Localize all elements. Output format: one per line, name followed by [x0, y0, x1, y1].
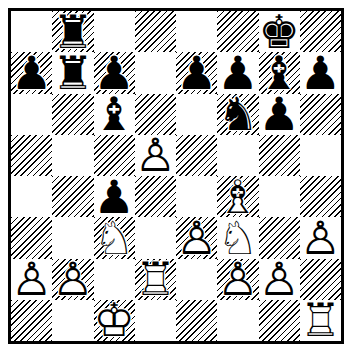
- piece-fill: ♞: [94, 217, 135, 258]
- piece-black-pawn: ♟: [94, 176, 135, 217]
- piece-black-knight: ♞: [217, 94, 258, 135]
- square-e5[interactable]: [176, 135, 217, 176]
- piece-black-pawn: ♟: [259, 94, 300, 135]
- piece-white-rook: ♖: [300, 300, 341, 341]
- square-d4[interactable]: [135, 176, 176, 217]
- piece-white-pawn: ♙: [135, 135, 176, 176]
- square-e7[interactable]: ♟: [176, 52, 217, 93]
- piece-fill: ♟: [259, 259, 300, 300]
- square-c8[interactable]: [94, 11, 135, 52]
- square-g6[interactable]: ♟: [259, 94, 300, 135]
- square-c4[interactable]: ♟: [94, 176, 135, 217]
- piece-black-pawn: ♟: [300, 52, 341, 93]
- square-f7[interactable]: ♟: [217, 52, 258, 93]
- piece-black-pawn: ♟: [217, 52, 258, 93]
- square-c5[interactable]: [94, 135, 135, 176]
- square-d1[interactable]: [135, 300, 176, 341]
- chess-diagram: ♜♚♟♜♟♟♟♝♟♝♞♟♟♙♟♝♗♞♘♟♙♞♘♟♙♟♙♟♙♜♖♟♙♟♙♚♔♜♖: [0, 0, 350, 350]
- piece-white-king: ♔: [94, 300, 135, 341]
- square-h2[interactable]: [300, 259, 341, 300]
- square-d7[interactable]: [135, 52, 176, 93]
- square-b2[interactable]: ♟♙: [52, 259, 93, 300]
- square-a4[interactable]: [11, 176, 52, 217]
- piece-black-rook: ♜: [52, 52, 93, 93]
- square-h6[interactable]: [300, 94, 341, 135]
- square-b6[interactable]: [52, 94, 93, 135]
- square-c1[interactable]: ♚♔: [94, 300, 135, 341]
- square-e6[interactable]: [176, 94, 217, 135]
- square-h5[interactable]: [300, 135, 341, 176]
- square-e1[interactable]: [176, 300, 217, 341]
- square-d6[interactable]: [135, 94, 176, 135]
- square-g7[interactable]: ♝: [259, 52, 300, 93]
- square-g4[interactable]: [259, 176, 300, 217]
- square-a3[interactable]: [11, 217, 52, 258]
- square-a2[interactable]: ♟♙: [11, 259, 52, 300]
- square-a8[interactable]: [11, 11, 52, 52]
- piece-fill: ♞: [217, 217, 258, 258]
- square-d2[interactable]: ♜♖: [135, 259, 176, 300]
- piece-white-rook: ♖: [135, 259, 176, 300]
- square-a6[interactable]: [11, 94, 52, 135]
- piece-white-pawn: ♙: [11, 259, 52, 300]
- piece-black-pawn: ♟: [11, 52, 52, 93]
- square-b4[interactable]: [52, 176, 93, 217]
- square-h8[interactable]: [300, 11, 341, 52]
- square-g2[interactable]: ♟♙: [259, 259, 300, 300]
- square-f5[interactable]: [217, 135, 258, 176]
- square-f8[interactable]: [217, 11, 258, 52]
- piece-fill: ♜: [135, 259, 176, 300]
- square-g8[interactable]: ♚: [259, 11, 300, 52]
- square-g5[interactable]: [259, 135, 300, 176]
- piece-fill: ♟: [176, 217, 217, 258]
- square-c7[interactable]: ♟: [94, 52, 135, 93]
- piece-black-pawn: ♟: [94, 52, 135, 93]
- square-f3[interactable]: ♞♘: [217, 217, 258, 258]
- square-c6[interactable]: ♝: [94, 94, 135, 135]
- piece-white-pawn: ♙: [52, 259, 93, 300]
- piece-fill: ♚: [94, 300, 135, 341]
- square-e2[interactable]: [176, 259, 217, 300]
- piece-fill: ♟: [11, 259, 52, 300]
- square-h4[interactable]: [300, 176, 341, 217]
- square-c2[interactable]: [94, 259, 135, 300]
- square-b3[interactable]: [52, 217, 93, 258]
- square-e4[interactable]: [176, 176, 217, 217]
- square-a7[interactable]: ♟: [11, 52, 52, 93]
- square-f4[interactable]: ♝♗: [217, 176, 258, 217]
- piece-fill: ♟: [217, 259, 258, 300]
- piece-fill: ♟: [135, 135, 176, 176]
- square-c3[interactable]: ♞♘: [94, 217, 135, 258]
- chess-board: ♜♚♟♜♟♟♟♝♟♝♞♟♟♙♟♝♗♞♘♟♙♞♘♟♙♟♙♟♙♜♖♟♙♟♙♚♔♜♖: [8, 8, 344, 344]
- piece-black-king: ♚: [259, 11, 300, 52]
- piece-black-rook: ♜: [52, 11, 93, 52]
- square-g1[interactable]: [259, 300, 300, 341]
- square-f2[interactable]: ♟♙: [217, 259, 258, 300]
- piece-white-pawn: ♙: [259, 259, 300, 300]
- piece-black-bishop: ♝: [259, 52, 300, 93]
- square-a1[interactable]: [11, 300, 52, 341]
- piece-white-pawn: ♙: [176, 217, 217, 258]
- piece-white-bishop: ♗: [217, 176, 258, 217]
- piece-white-knight: ♘: [217, 217, 258, 258]
- square-h3[interactable]: ♟♙: [300, 217, 341, 258]
- square-f6[interactable]: ♞: [217, 94, 258, 135]
- piece-fill: ♟: [300, 217, 341, 258]
- square-a5[interactable]: [11, 135, 52, 176]
- square-d3[interactable]: [135, 217, 176, 258]
- square-e3[interactable]: ♟♙: [176, 217, 217, 258]
- square-d5[interactable]: ♟♙: [135, 135, 176, 176]
- square-d8[interactable]: [135, 11, 176, 52]
- square-f1[interactable]: [217, 300, 258, 341]
- piece-fill: ♟: [52, 259, 93, 300]
- piece-fill: ♜: [300, 300, 341, 341]
- piece-white-pawn: ♙: [217, 259, 258, 300]
- square-b7[interactable]: ♜: [52, 52, 93, 93]
- square-b5[interactable]: [52, 135, 93, 176]
- piece-black-pawn: ♟: [176, 52, 217, 93]
- piece-fill: ♝: [217, 176, 258, 217]
- square-b8[interactable]: ♜: [52, 11, 93, 52]
- piece-white-knight: ♘: [94, 217, 135, 258]
- square-b1[interactable]: [52, 300, 93, 341]
- square-h7[interactable]: ♟: [300, 52, 341, 93]
- square-g3[interactable]: [259, 217, 300, 258]
- square-h1[interactable]: ♜♖: [300, 300, 341, 341]
- piece-white-pawn: ♙: [300, 217, 341, 258]
- piece-black-bishop: ♝: [94, 94, 135, 135]
- square-e8[interactable]: [176, 11, 217, 52]
